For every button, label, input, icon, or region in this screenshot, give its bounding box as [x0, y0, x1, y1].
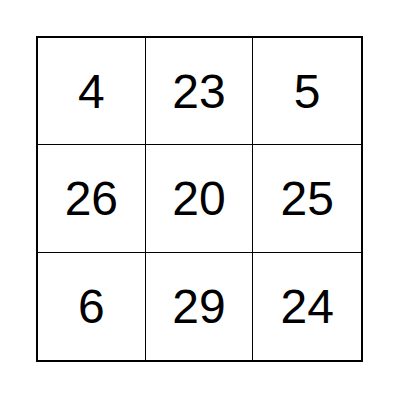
grid-cell-r2c1[interactable]: 26 — [38, 145, 146, 252]
grid-cell-r1c1[interactable]: 4 — [38, 38, 146, 145]
grid-cell-r3c1[interactable]: 6 — [38, 253, 146, 360]
grid-cell-r2c3[interactable]: 25 — [253, 145, 361, 252]
number-grid-board: 4 23 5 26 20 25 6 29 24 — [36, 36, 363, 362]
grid-cell-r2c2[interactable]: 20 — [146, 145, 254, 252]
grid-cell-r3c3[interactable]: 24 — [253, 253, 361, 360]
grid-cell-r1c3[interactable]: 5 — [253, 38, 361, 145]
grid-cell-r1c2[interactable]: 23 — [146, 38, 254, 145]
grid-cell-r3c2[interactable]: 29 — [146, 253, 254, 360]
